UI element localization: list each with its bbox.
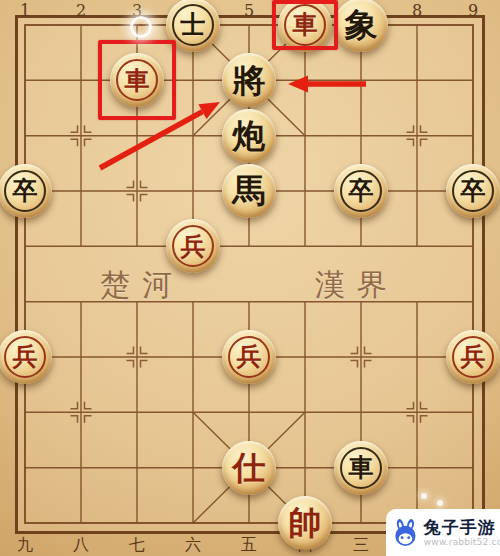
- sparkle-effect: [437, 500, 443, 506]
- piece-卒-black[interactable]: 卒: [446, 164, 500, 218]
- watermark: 兔子手游 www.rabbit52.com: [386, 509, 500, 556]
- piece-象-black[interactable]: 象: [334, 0, 388, 52]
- piece-車-black[interactable]: 車: [334, 441, 388, 495]
- piece-character: 炮: [233, 119, 266, 152]
- piece-character: 馬: [233, 174, 266, 207]
- piece-帥-red[interactable]: 帥: [278, 496, 332, 550]
- piece-character: 士: [181, 12, 206, 37]
- sparkle-effect: [421, 493, 427, 499]
- piece-character: 象: [345, 8, 378, 41]
- piece-character: 卒: [461, 178, 486, 203]
- tap-glow-effect: [130, 16, 152, 38]
- piece-character: 仕: [233, 451, 266, 484]
- piece-兵-red[interactable]: 兵: [0, 330, 52, 384]
- piece-character: 兵: [13, 344, 38, 369]
- piece-將-black[interactable]: 將: [222, 53, 276, 107]
- piece-character: 車: [349, 455, 374, 480]
- piece-character: 卒: [13, 178, 38, 203]
- watermark-url: www.rabbit52.com: [424, 537, 498, 547]
- piece-兵-red[interactable]: 兵: [222, 330, 276, 384]
- watermark-logo-rabbit-icon: [391, 515, 420, 551]
- highlight-box: [272, 0, 338, 50]
- piece-兵-red[interactable]: 兵: [446, 330, 500, 384]
- pieces-layer: 士車象車將炮卒馬卒卒兵兵兵兵仕車帥: [0, 0, 500, 551]
- highlight-box: [98, 40, 176, 120]
- piece-卒-black[interactable]: 卒: [334, 164, 388, 218]
- piece-character: 兵: [237, 344, 262, 369]
- piece-仕-red[interactable]: 仕: [222, 441, 276, 495]
- piece-character: 兵: [181, 234, 206, 259]
- piece-character: 卒: [349, 178, 374, 203]
- piece-character: 帥: [289, 506, 322, 539]
- watermark-title: 兔子手游: [424, 518, 498, 538]
- xiangqi-board-screen: 123456789九八七六五四三二一 楚河 漢界 士車象車將炮卒馬卒卒兵兵兵兵仕…: [0, 0, 500, 556]
- piece-馬-black[interactable]: 馬: [222, 164, 276, 218]
- piece-character: 將: [233, 64, 266, 97]
- piece-炮-black[interactable]: 炮: [222, 109, 276, 163]
- piece-卒-black[interactable]: 卒: [0, 164, 52, 218]
- piece-character: 兵: [461, 344, 486, 369]
- piece-兵-red[interactable]: 兵: [166, 219, 220, 273]
